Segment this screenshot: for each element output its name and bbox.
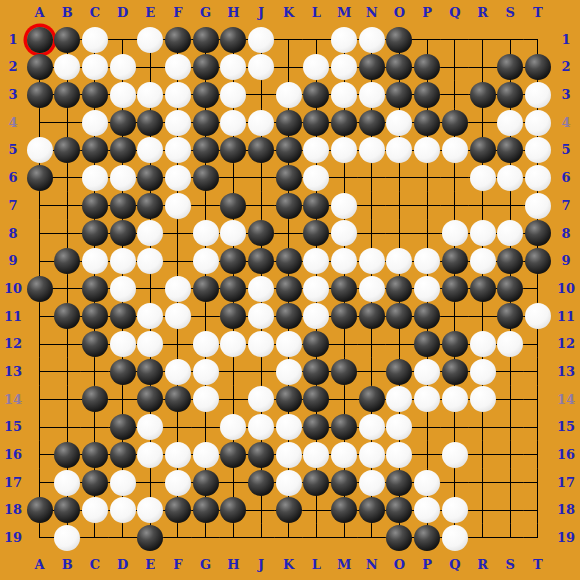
intersection-T8[interactable] <box>524 220 552 248</box>
intersection-K16[interactable] <box>275 441 303 469</box>
intersection-P8[interactable] <box>413 220 441 248</box>
intersection-B12[interactable] <box>53 330 81 358</box>
intersection-N11[interactable] <box>358 303 386 331</box>
intersection-K1[interactable] <box>275 26 303 54</box>
intersection-D5[interactable] <box>109 136 137 164</box>
intersection-H3[interactable] <box>220 81 248 109</box>
intersection-E6[interactable] <box>136 164 164 192</box>
intersection-K2[interactable] <box>275 53 303 81</box>
intersection-E19[interactable] <box>136 524 164 552</box>
intersection-N19[interactable] <box>358 524 386 552</box>
intersection-F5[interactable] <box>164 136 192 164</box>
intersection-O3[interactable] <box>386 81 414 109</box>
intersection-O14[interactable] <box>386 386 414 414</box>
intersection-L18[interactable] <box>303 496 331 524</box>
intersection-A11[interactable] <box>26 303 54 331</box>
intersection-L7[interactable] <box>303 192 331 220</box>
intersection-R15[interactable] <box>469 413 497 441</box>
intersection-R7[interactable] <box>469 192 497 220</box>
intersection-J9[interactable] <box>247 247 275 275</box>
intersection-M11[interactable] <box>330 303 358 331</box>
intersection-E2[interactable] <box>136 53 164 81</box>
intersection-D11[interactable] <box>109 303 137 331</box>
intersection-J14[interactable] <box>247 386 275 414</box>
intersection-E7[interactable] <box>136 192 164 220</box>
intersection-D1[interactable] <box>109 26 137 54</box>
intersection-K15[interactable] <box>275 413 303 441</box>
intersection-E12[interactable] <box>136 330 164 358</box>
intersection-M8[interactable] <box>330 220 358 248</box>
intersection-S18[interactable] <box>496 496 524 524</box>
intersection-T4[interactable] <box>524 109 552 137</box>
intersection-F8[interactable] <box>164 220 192 248</box>
intersection-Q13[interactable] <box>441 358 469 386</box>
intersection-R10[interactable] <box>469 275 497 303</box>
intersection-A16[interactable] <box>26 441 54 469</box>
intersection-N15[interactable] <box>358 413 386 441</box>
intersection-E3[interactable] <box>136 81 164 109</box>
intersection-D14[interactable] <box>109 386 137 414</box>
intersection-O2[interactable] <box>386 53 414 81</box>
intersection-G15[interactable] <box>192 413 220 441</box>
intersection-C18[interactable] <box>81 496 109 524</box>
intersection-L8[interactable] <box>303 220 331 248</box>
intersection-C3[interactable] <box>81 81 109 109</box>
intersection-P15[interactable] <box>413 413 441 441</box>
intersection-G1[interactable] <box>192 26 220 54</box>
intersection-P5[interactable] <box>413 136 441 164</box>
intersection-K6[interactable] <box>275 164 303 192</box>
intersection-E5[interactable] <box>136 136 164 164</box>
intersection-O9[interactable] <box>386 247 414 275</box>
intersection-F9[interactable] <box>164 247 192 275</box>
intersection-D3[interactable] <box>109 81 137 109</box>
intersection-P19[interactable] <box>413 524 441 552</box>
intersection-Q9[interactable] <box>441 247 469 275</box>
intersection-L9[interactable] <box>303 247 331 275</box>
intersection-K18[interactable] <box>275 496 303 524</box>
intersection-N1[interactable] <box>358 26 386 54</box>
intersection-T19[interactable] <box>524 524 552 552</box>
intersection-J1[interactable] <box>247 26 275 54</box>
intersection-H10[interactable] <box>220 275 248 303</box>
intersection-D2[interactable] <box>109 53 137 81</box>
intersection-B17[interactable] <box>53 469 81 497</box>
intersection-N7[interactable] <box>358 192 386 220</box>
intersection-Q18[interactable] <box>441 496 469 524</box>
intersection-L6[interactable] <box>303 164 331 192</box>
intersection-E1[interactable] <box>136 26 164 54</box>
intersection-L3[interactable] <box>303 81 331 109</box>
intersection-R16[interactable] <box>469 441 497 469</box>
intersection-E11[interactable] <box>136 303 164 331</box>
intersection-T16[interactable] <box>524 441 552 469</box>
intersection-F19[interactable] <box>164 524 192 552</box>
intersection-P7[interactable] <box>413 192 441 220</box>
intersection-F7[interactable] <box>164 192 192 220</box>
intersection-K17[interactable] <box>275 469 303 497</box>
intersection-J12[interactable] <box>247 330 275 358</box>
intersection-L11[interactable] <box>303 303 331 331</box>
intersection-B8[interactable] <box>53 220 81 248</box>
intersection-G7[interactable] <box>192 192 220 220</box>
intersection-O5[interactable] <box>386 136 414 164</box>
intersection-A18[interactable] <box>26 496 54 524</box>
intersection-T5[interactable] <box>524 136 552 164</box>
intersection-S19[interactable] <box>496 524 524 552</box>
intersection-C8[interactable] <box>81 220 109 248</box>
intersection-K9[interactable] <box>275 247 303 275</box>
intersection-Q12[interactable] <box>441 330 469 358</box>
intersection-J16[interactable] <box>247 441 275 469</box>
intersection-B11[interactable] <box>53 303 81 331</box>
intersection-S4[interactable] <box>496 109 524 137</box>
intersection-R3[interactable] <box>469 81 497 109</box>
intersection-N17[interactable] <box>358 469 386 497</box>
intersection-A4[interactable] <box>26 109 54 137</box>
intersection-J13[interactable] <box>247 358 275 386</box>
intersection-A17[interactable] <box>26 469 54 497</box>
intersection-M3[interactable] <box>330 81 358 109</box>
intersection-D15[interactable] <box>109 413 137 441</box>
intersection-Q16[interactable] <box>441 441 469 469</box>
intersection-C13[interactable] <box>81 358 109 386</box>
intersection-Q3[interactable] <box>441 81 469 109</box>
intersection-D9[interactable] <box>109 247 137 275</box>
intersection-G6[interactable] <box>192 164 220 192</box>
intersection-G4[interactable] <box>192 109 220 137</box>
intersection-A10[interactable] <box>26 275 54 303</box>
intersection-O6[interactable] <box>386 164 414 192</box>
intersection-P1[interactable] <box>413 26 441 54</box>
intersection-O18[interactable] <box>386 496 414 524</box>
intersection-T3[interactable] <box>524 81 552 109</box>
intersection-T18[interactable] <box>524 496 552 524</box>
intersection-L2[interactable] <box>303 53 331 81</box>
intersection-O17[interactable] <box>386 469 414 497</box>
intersection-B10[interactable] <box>53 275 81 303</box>
intersection-T15[interactable] <box>524 413 552 441</box>
intersection-E4[interactable] <box>136 109 164 137</box>
intersection-R11[interactable] <box>469 303 497 331</box>
intersection-Q14[interactable] <box>441 386 469 414</box>
intersection-H12[interactable] <box>220 330 248 358</box>
intersection-D18[interactable] <box>109 496 137 524</box>
intersection-F4[interactable] <box>164 109 192 137</box>
intersection-R19[interactable] <box>469 524 497 552</box>
intersection-T9[interactable] <box>524 247 552 275</box>
intersection-A5[interactable] <box>26 136 54 164</box>
intersection-L4[interactable] <box>303 109 331 137</box>
intersection-F16[interactable] <box>164 441 192 469</box>
intersection-G14[interactable] <box>192 386 220 414</box>
intersection-B5[interactable] <box>53 136 81 164</box>
intersection-S5[interactable] <box>496 136 524 164</box>
intersection-M6[interactable] <box>330 164 358 192</box>
intersection-J6[interactable] <box>247 164 275 192</box>
intersection-T2[interactable] <box>524 53 552 81</box>
intersection-M4[interactable] <box>330 109 358 137</box>
intersection-K8[interactable] <box>275 220 303 248</box>
intersection-P18[interactable] <box>413 496 441 524</box>
intersection-S12[interactable] <box>496 330 524 358</box>
intersection-L19[interactable] <box>303 524 331 552</box>
intersection-S9[interactable] <box>496 247 524 275</box>
intersection-S3[interactable] <box>496 81 524 109</box>
intersection-P13[interactable] <box>413 358 441 386</box>
intersection-A14[interactable] <box>26 386 54 414</box>
intersection-N13[interactable] <box>358 358 386 386</box>
intersection-A6[interactable] <box>26 164 54 192</box>
intersection-A15[interactable] <box>26 413 54 441</box>
intersection-M13[interactable] <box>330 358 358 386</box>
intersection-H6[interactable] <box>220 164 248 192</box>
intersection-L17[interactable] <box>303 469 331 497</box>
intersection-L10[interactable] <box>303 275 331 303</box>
intersection-H2[interactable] <box>220 53 248 81</box>
intersection-B1[interactable] <box>53 26 81 54</box>
intersection-F13[interactable] <box>164 358 192 386</box>
intersection-M9[interactable] <box>330 247 358 275</box>
intersection-O1[interactable] <box>386 26 414 54</box>
intersection-R4[interactable] <box>469 109 497 137</box>
intersection-L12[interactable] <box>303 330 331 358</box>
intersection-J15[interactable] <box>247 413 275 441</box>
intersection-O16[interactable] <box>386 441 414 469</box>
intersection-H5[interactable] <box>220 136 248 164</box>
intersection-G11[interactable] <box>192 303 220 331</box>
intersection-S14[interactable] <box>496 386 524 414</box>
intersection-M19[interactable] <box>330 524 358 552</box>
intersection-A2[interactable] <box>26 53 54 81</box>
intersection-H7[interactable] <box>220 192 248 220</box>
intersection-H17[interactable] <box>220 469 248 497</box>
intersection-J2[interactable] <box>247 53 275 81</box>
intersection-J5[interactable] <box>247 136 275 164</box>
intersection-D4[interactable] <box>109 109 137 137</box>
intersection-O19[interactable] <box>386 524 414 552</box>
intersection-K12[interactable] <box>275 330 303 358</box>
intersection-J19[interactable] <box>247 524 275 552</box>
intersection-C19[interactable] <box>81 524 109 552</box>
intersection-L16[interactable] <box>303 441 331 469</box>
intersection-G19[interactable] <box>192 524 220 552</box>
intersection-J18[interactable] <box>247 496 275 524</box>
intersection-P6[interactable] <box>413 164 441 192</box>
intersection-S10[interactable] <box>496 275 524 303</box>
intersection-S16[interactable] <box>496 441 524 469</box>
intersection-E15[interactable] <box>136 413 164 441</box>
intersection-T12[interactable] <box>524 330 552 358</box>
intersection-R14[interactable] <box>469 386 497 414</box>
intersection-R9[interactable] <box>469 247 497 275</box>
intersection-N18[interactable] <box>358 496 386 524</box>
intersection-F14[interactable] <box>164 386 192 414</box>
intersection-G9[interactable] <box>192 247 220 275</box>
intersection-C12[interactable] <box>81 330 109 358</box>
intersection-D16[interactable] <box>109 441 137 469</box>
intersection-D12[interactable] <box>109 330 137 358</box>
intersection-D7[interactable] <box>109 192 137 220</box>
intersection-J10[interactable] <box>247 275 275 303</box>
intersection-H16[interactable] <box>220 441 248 469</box>
intersection-H1[interactable] <box>220 26 248 54</box>
intersection-T7[interactable] <box>524 192 552 220</box>
intersection-K13[interactable] <box>275 358 303 386</box>
intersection-S7[interactable] <box>496 192 524 220</box>
intersection-A8[interactable] <box>26 220 54 248</box>
intersection-B3[interactable] <box>53 81 81 109</box>
intersection-S11[interactable] <box>496 303 524 331</box>
intersection-L5[interactable] <box>303 136 331 164</box>
intersection-N6[interactable] <box>358 164 386 192</box>
intersection-P4[interactable] <box>413 109 441 137</box>
intersection-S1[interactable] <box>496 26 524 54</box>
intersection-T14[interactable] <box>524 386 552 414</box>
intersection-M16[interactable] <box>330 441 358 469</box>
intersection-P14[interactable] <box>413 386 441 414</box>
intersection-J4[interactable] <box>247 109 275 137</box>
intersection-P3[interactable] <box>413 81 441 109</box>
intersection-C11[interactable] <box>81 303 109 331</box>
intersection-R18[interactable] <box>469 496 497 524</box>
intersection-A7[interactable] <box>26 192 54 220</box>
intersection-C15[interactable] <box>81 413 109 441</box>
intersection-F3[interactable] <box>164 81 192 109</box>
intersection-O4[interactable] <box>386 109 414 137</box>
intersection-T10[interactable] <box>524 275 552 303</box>
intersection-C6[interactable] <box>81 164 109 192</box>
intersection-R6[interactable] <box>469 164 497 192</box>
intersection-S6[interactable] <box>496 164 524 192</box>
intersection-G3[interactable] <box>192 81 220 109</box>
intersection-P17[interactable] <box>413 469 441 497</box>
intersection-N16[interactable] <box>358 441 386 469</box>
intersection-G10[interactable] <box>192 275 220 303</box>
intersection-D6[interactable] <box>109 164 137 192</box>
intersection-A3[interactable] <box>26 81 54 109</box>
intersection-J3[interactable] <box>247 81 275 109</box>
intersection-R13[interactable] <box>469 358 497 386</box>
intersection-N10[interactable] <box>358 275 386 303</box>
intersection-P9[interactable] <box>413 247 441 275</box>
intersection-M10[interactable] <box>330 275 358 303</box>
intersection-G18[interactable] <box>192 496 220 524</box>
intersection-H13[interactable] <box>220 358 248 386</box>
intersection-F6[interactable] <box>164 164 192 192</box>
intersection-J11[interactable] <box>247 303 275 331</box>
intersection-E9[interactable] <box>136 247 164 275</box>
intersection-C17[interactable] <box>81 469 109 497</box>
intersection-L1[interactable] <box>303 26 331 54</box>
intersection-F10[interactable] <box>164 275 192 303</box>
intersection-B4[interactable] <box>53 109 81 137</box>
intersection-Q5[interactable] <box>441 136 469 164</box>
intersection-F15[interactable] <box>164 413 192 441</box>
intersection-T6[interactable] <box>524 164 552 192</box>
intersection-F12[interactable] <box>164 330 192 358</box>
intersection-E8[interactable] <box>136 220 164 248</box>
intersection-H8[interactable] <box>220 220 248 248</box>
intersection-O13[interactable] <box>386 358 414 386</box>
intersection-B9[interactable] <box>53 247 81 275</box>
intersection-N2[interactable] <box>358 53 386 81</box>
intersection-B16[interactable] <box>53 441 81 469</box>
intersection-O7[interactable] <box>386 192 414 220</box>
intersection-Q1[interactable] <box>441 26 469 54</box>
intersection-C9[interactable] <box>81 247 109 275</box>
intersection-S2[interactable] <box>496 53 524 81</box>
intersection-A9[interactable] <box>26 247 54 275</box>
intersection-R8[interactable] <box>469 220 497 248</box>
intersection-G17[interactable] <box>192 469 220 497</box>
intersection-O11[interactable] <box>386 303 414 331</box>
intersection-L15[interactable] <box>303 413 331 441</box>
intersection-C2[interactable] <box>81 53 109 81</box>
intersection-H18[interactable] <box>220 496 248 524</box>
intersection-M15[interactable] <box>330 413 358 441</box>
intersection-A13[interactable] <box>26 358 54 386</box>
intersection-J8[interactable] <box>247 220 275 248</box>
intersection-E18[interactable] <box>136 496 164 524</box>
intersection-Q2[interactable] <box>441 53 469 81</box>
intersection-C7[interactable] <box>81 192 109 220</box>
intersection-D8[interactable] <box>109 220 137 248</box>
intersection-H11[interactable] <box>220 303 248 331</box>
intersection-G16[interactable] <box>192 441 220 469</box>
intersection-H14[interactable] <box>220 386 248 414</box>
intersection-T11[interactable] <box>524 303 552 331</box>
intersection-F11[interactable] <box>164 303 192 331</box>
intersection-A19[interactable] <box>26 524 54 552</box>
intersection-K5[interactable] <box>275 136 303 164</box>
intersection-M12[interactable] <box>330 330 358 358</box>
intersection-Q6[interactable] <box>441 164 469 192</box>
intersection-N4[interactable] <box>358 109 386 137</box>
intersection-Q15[interactable] <box>441 413 469 441</box>
intersection-M17[interactable] <box>330 469 358 497</box>
intersection-B15[interactable] <box>53 413 81 441</box>
intersection-Q10[interactable] <box>441 275 469 303</box>
intersection-A12[interactable] <box>26 330 54 358</box>
intersection-R2[interactable] <box>469 53 497 81</box>
intersection-G13[interactable] <box>192 358 220 386</box>
intersection-D17[interactable] <box>109 469 137 497</box>
intersection-S17[interactable] <box>496 469 524 497</box>
intersection-M1[interactable] <box>330 26 358 54</box>
intersection-P10[interactable] <box>413 275 441 303</box>
intersection-O8[interactable] <box>386 220 414 248</box>
intersection-K11[interactable] <box>275 303 303 331</box>
intersection-Q8[interactable] <box>441 220 469 248</box>
intersection-S13[interactable] <box>496 358 524 386</box>
intersection-Q19[interactable] <box>441 524 469 552</box>
intersection-P11[interactable] <box>413 303 441 331</box>
intersection-A1[interactable] <box>26 26 54 54</box>
intersection-M2[interactable] <box>330 53 358 81</box>
intersection-P2[interactable] <box>413 53 441 81</box>
intersection-H19[interactable] <box>220 524 248 552</box>
intersection-C5[interactable] <box>81 136 109 164</box>
intersection-E10[interactable] <box>136 275 164 303</box>
intersection-B6[interactable] <box>53 164 81 192</box>
intersection-P16[interactable] <box>413 441 441 469</box>
intersection-G2[interactable] <box>192 53 220 81</box>
intersection-S15[interactable] <box>496 413 524 441</box>
intersection-F1[interactable] <box>164 26 192 54</box>
intersection-F2[interactable] <box>164 53 192 81</box>
intersection-R1[interactable] <box>469 26 497 54</box>
